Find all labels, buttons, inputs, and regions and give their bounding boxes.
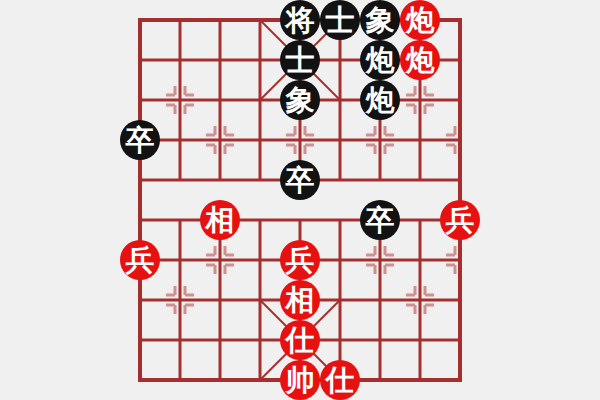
black-soldier[interactable]: 卒 [280,160,320,200]
red-soldier[interactable]: 兵 [120,240,160,280]
red-advisor[interactable]: 仕 [280,320,320,360]
black-cannon[interactable]: 炮 [360,40,400,80]
red-soldier[interactable]: 兵 [280,240,320,280]
xiangqi-board: 将士士象象炮炮卒卒卒炮炮相相兵兵兵仕仕帅 [0,0,600,400]
pieces-layer: 将士士象象炮炮卒卒卒炮炮相相兵兵兵仕仕帅 [0,0,600,400]
black-advisor[interactable]: 士 [280,40,320,80]
red-cannon[interactable]: 炮 [400,0,440,40]
red-general[interactable]: 帅 [280,360,320,400]
red-soldier[interactable]: 兵 [440,200,480,240]
black-soldier[interactable]: 卒 [120,120,160,160]
red-elephant[interactable]: 相 [200,200,240,240]
red-cannon[interactable]: 炮 [400,40,440,80]
black-elephant[interactable]: 象 [360,0,400,40]
red-elephant[interactable]: 相 [280,280,320,320]
black-advisor[interactable]: 士 [320,0,360,40]
black-elephant[interactable]: 象 [280,80,320,120]
black-general[interactable]: 将 [280,0,320,40]
black-soldier[interactable]: 卒 [360,200,400,240]
black-cannon[interactable]: 炮 [360,80,400,120]
red-advisor[interactable]: 仕 [320,360,360,400]
